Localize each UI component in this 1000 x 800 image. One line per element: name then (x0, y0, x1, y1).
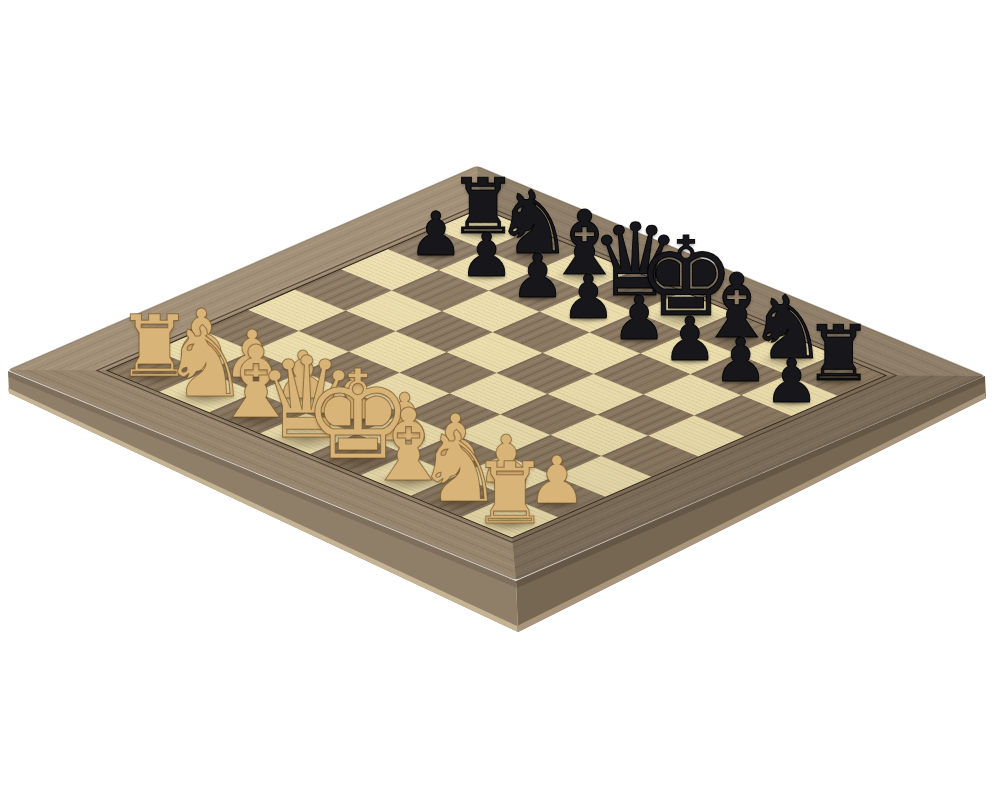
black-pawn-glyph: ♟ (510, 240, 564, 310)
black-pawn-glyph: ♟ (764, 345, 818, 415)
piece-black-pawn-a7[interactable]: ♟ (409, 203, 463, 264)
black-pawn-glyph: ♟ (612, 282, 666, 352)
piece-white-rook-h1[interactable]: ♜ (472, 451, 549, 536)
white-rook-glyph: ♜ (472, 444, 549, 543)
piece-black-pawn-g7[interactable]: ♟ (714, 329, 768, 390)
black-pawn-glyph: ♟ (714, 324, 768, 394)
piece-black-pawn-c7[interactable]: ♟ (510, 245, 564, 306)
piece-black-pawn-h7[interactable]: ♟ (764, 350, 818, 411)
black-pawn-glyph: ♟ (663, 303, 717, 373)
piece-black-pawn-d7[interactable]: ♟ (561, 266, 615, 327)
black-pawn-glyph: ♟ (561, 261, 615, 331)
black-pawn-glyph: ♟ (409, 198, 463, 268)
piece-black-pawn-e7[interactable]: ♟ (612, 287, 666, 348)
chess-set-photo: ♜♞♝♛♚♝♞♜♟♟♟♟♟♟♟♟♟♟♟♟♟♟♟♟♜♞♝♛♚♝♞♜ (0, 0, 1000, 800)
pieces-layer: ♜♞♝♛♚♝♞♜♟♟♟♟♟♟♟♟♟♟♟♟♟♟♟♟♜♞♝♛♚♝♞♜ (0, 0, 1000, 800)
black-pawn-glyph: ♟ (460, 219, 514, 289)
piece-black-pawn-f7[interactable]: ♟ (663, 308, 717, 369)
piece-black-pawn-b7[interactable]: ♟ (460, 224, 514, 285)
